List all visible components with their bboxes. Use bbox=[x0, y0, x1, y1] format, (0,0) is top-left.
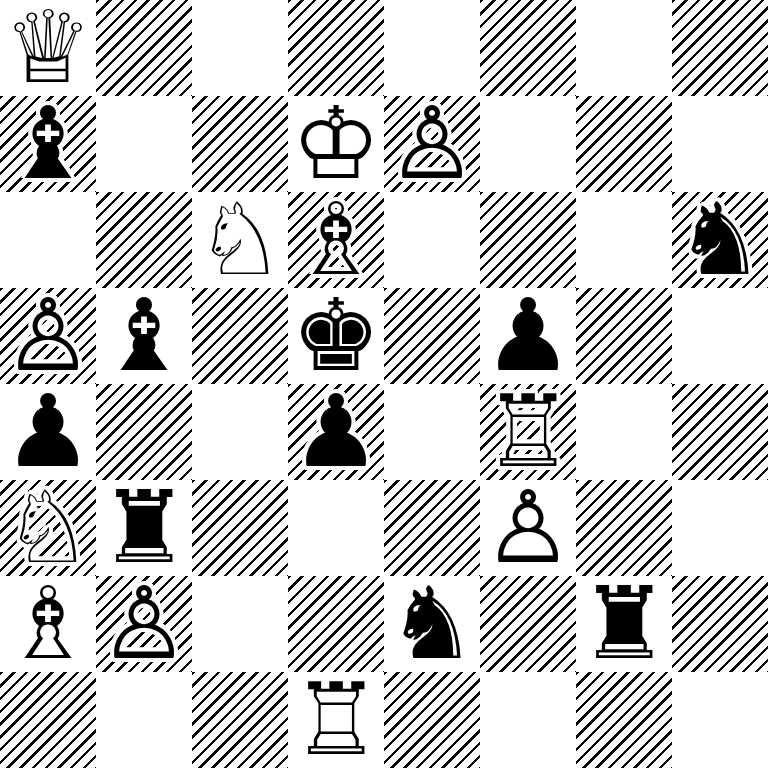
square-d6[interactable]: ♗ bbox=[288, 192, 384, 288]
square-c4[interactable] bbox=[192, 384, 288, 480]
square-d1[interactable]: ♖ bbox=[288, 672, 384, 768]
square-h8[interactable] bbox=[672, 0, 768, 96]
chess-board: ♕♝♔♙♘♗♞♙♝♚♟♟♟♖♘♜♙♗♙♞♜♖ bbox=[0, 0, 768, 768]
square-b6[interactable] bbox=[96, 192, 192, 288]
piece-white-bishop[interactable]: ♗ bbox=[291, 192, 381, 288]
piece-black-pawn[interactable]: ♟ bbox=[291, 384, 381, 480]
square-c3[interactable] bbox=[192, 480, 288, 576]
piece-white-pawn[interactable]: ♙ bbox=[483, 480, 573, 576]
piece-white-bishop[interactable]: ♗ bbox=[3, 576, 93, 672]
square-e1[interactable] bbox=[384, 672, 480, 768]
square-a2[interactable]: ♗ bbox=[0, 576, 96, 672]
chess-diagram: ♕♝♔♙♘♗♞♙♝♚♟♟♟♖♘♜♙♗♙♞♜♖ bbox=[0, 0, 768, 768]
square-b1[interactable] bbox=[96, 672, 192, 768]
square-h6[interactable]: ♞ bbox=[672, 192, 768, 288]
square-d3[interactable] bbox=[288, 480, 384, 576]
piece-black-knight[interactable]: ♞ bbox=[675, 192, 765, 288]
square-a1[interactable] bbox=[0, 672, 96, 768]
square-g7[interactable] bbox=[576, 96, 672, 192]
square-e5[interactable] bbox=[384, 288, 480, 384]
square-g4[interactable] bbox=[576, 384, 672, 480]
piece-white-rook[interactable]: ♖ bbox=[291, 672, 381, 768]
square-d7[interactable]: ♔ bbox=[288, 96, 384, 192]
square-a7[interactable]: ♝ bbox=[0, 96, 96, 192]
piece-black-rook[interactable]: ♜ bbox=[99, 480, 189, 576]
square-a4[interactable]: ♟ bbox=[0, 384, 96, 480]
square-f1[interactable] bbox=[480, 672, 576, 768]
square-h1[interactable] bbox=[672, 672, 768, 768]
square-d4[interactable]: ♟ bbox=[288, 384, 384, 480]
piece-white-pawn[interactable]: ♙ bbox=[99, 576, 189, 672]
piece-black-rook[interactable]: ♜ bbox=[579, 576, 669, 672]
square-f6[interactable] bbox=[480, 192, 576, 288]
piece-black-bishop[interactable]: ♝ bbox=[3, 96, 93, 192]
square-g3[interactable] bbox=[576, 480, 672, 576]
piece-white-knight[interactable]: ♘ bbox=[3, 480, 93, 576]
square-b7[interactable] bbox=[96, 96, 192, 192]
square-e2[interactable]: ♞ bbox=[384, 576, 480, 672]
square-h5[interactable] bbox=[672, 288, 768, 384]
square-f8[interactable] bbox=[480, 0, 576, 96]
piece-white-knight[interactable]: ♘ bbox=[195, 192, 285, 288]
square-e4[interactable] bbox=[384, 384, 480, 480]
square-c5[interactable] bbox=[192, 288, 288, 384]
square-e7[interactable]: ♙ bbox=[384, 96, 480, 192]
square-f5[interactable]: ♟ bbox=[480, 288, 576, 384]
piece-black-king[interactable]: ♚ bbox=[291, 288, 381, 384]
piece-black-knight[interactable]: ♞ bbox=[387, 576, 477, 672]
square-g1[interactable] bbox=[576, 672, 672, 768]
square-c2[interactable] bbox=[192, 576, 288, 672]
square-b4[interactable] bbox=[96, 384, 192, 480]
square-f3[interactable]: ♙ bbox=[480, 480, 576, 576]
square-h4[interactable] bbox=[672, 384, 768, 480]
square-h2[interactable] bbox=[672, 576, 768, 672]
square-e8[interactable] bbox=[384, 0, 480, 96]
square-b8[interactable] bbox=[96, 0, 192, 96]
square-g8[interactable] bbox=[576, 0, 672, 96]
piece-white-king[interactable]: ♔ bbox=[291, 96, 381, 192]
square-c1[interactable] bbox=[192, 672, 288, 768]
square-f2[interactable] bbox=[480, 576, 576, 672]
square-c7[interactable] bbox=[192, 96, 288, 192]
piece-white-queen[interactable]: ♕ bbox=[3, 0, 93, 96]
square-b5[interactable]: ♝ bbox=[96, 288, 192, 384]
square-d2[interactable] bbox=[288, 576, 384, 672]
piece-white-rook[interactable]: ♖ bbox=[483, 384, 573, 480]
square-c8[interactable] bbox=[192, 0, 288, 96]
square-e6[interactable] bbox=[384, 192, 480, 288]
square-a6[interactable] bbox=[0, 192, 96, 288]
square-d5[interactable]: ♚ bbox=[288, 288, 384, 384]
square-e3[interactable] bbox=[384, 480, 480, 576]
square-d8[interactable] bbox=[288, 0, 384, 96]
square-a8[interactable]: ♕ bbox=[0, 0, 96, 96]
square-h7[interactable] bbox=[672, 96, 768, 192]
square-b2[interactable]: ♙ bbox=[96, 576, 192, 672]
square-g2[interactable]: ♜ bbox=[576, 576, 672, 672]
piece-black-pawn[interactable]: ♟ bbox=[483, 288, 573, 384]
piece-white-pawn[interactable]: ♙ bbox=[3, 288, 93, 384]
square-g5[interactable] bbox=[576, 288, 672, 384]
piece-black-bishop[interactable]: ♝ bbox=[99, 288, 189, 384]
piece-black-pawn[interactable]: ♟ bbox=[3, 384, 93, 480]
square-f4[interactable]: ♖ bbox=[480, 384, 576, 480]
square-h3[interactable] bbox=[672, 480, 768, 576]
square-a5[interactable]: ♙ bbox=[0, 288, 96, 384]
square-c6[interactable]: ♘ bbox=[192, 192, 288, 288]
square-g6[interactable] bbox=[576, 192, 672, 288]
piece-white-pawn[interactable]: ♙ bbox=[387, 96, 477, 192]
square-a3[interactable]: ♘ bbox=[0, 480, 96, 576]
square-b3[interactable]: ♜ bbox=[96, 480, 192, 576]
square-f7[interactable] bbox=[480, 96, 576, 192]
